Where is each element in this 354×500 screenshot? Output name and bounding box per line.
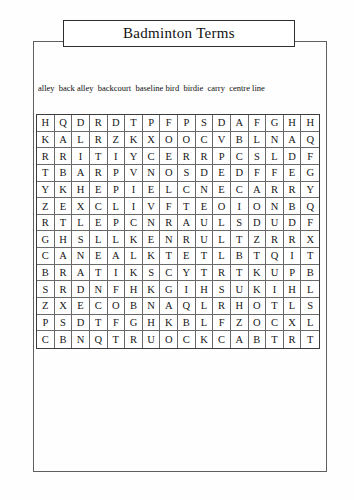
title-box: Badminton Terms xyxy=(63,20,295,47)
grid-cell: I xyxy=(284,248,302,265)
grid-cell: F xyxy=(249,165,267,182)
grid-cell: R xyxy=(90,165,108,182)
grid-cell: P xyxy=(108,215,126,232)
grid-cell: L xyxy=(72,215,90,232)
grid-cell: O xyxy=(108,298,126,315)
grid-cell: C xyxy=(37,331,55,348)
grid-cell: H xyxy=(284,281,302,298)
grid-cell: P xyxy=(108,165,126,182)
grid-cell: K xyxy=(143,281,161,298)
grid-cell: F xyxy=(301,215,319,232)
grid-cell: D xyxy=(72,315,90,332)
grid-cell: F xyxy=(108,281,126,298)
grid-cell: N xyxy=(72,248,90,265)
grid-cell: L xyxy=(108,198,126,215)
grid-cell: N xyxy=(266,132,284,149)
grid-cell: H xyxy=(55,231,73,248)
grid-cell: L xyxy=(213,215,231,232)
grid-cell: T xyxy=(37,165,55,182)
grid-cell: L xyxy=(301,281,319,298)
grid-cell: C xyxy=(143,148,161,165)
grid-cell: B xyxy=(55,165,73,182)
grid-cell: L xyxy=(160,182,178,199)
grid-cell: X xyxy=(301,231,319,248)
grid-cell: S xyxy=(213,281,231,298)
grid-cell: E xyxy=(143,231,161,248)
grid-cell: P xyxy=(108,182,126,199)
grid-cell: N xyxy=(72,331,90,348)
grid-cell: K xyxy=(143,248,161,265)
grid-cell: H xyxy=(231,298,249,315)
grid-cell: O xyxy=(160,331,178,348)
worksheet-page: Badminton Terms alley back alley backcou… xyxy=(0,0,354,500)
grid-cell: L xyxy=(125,248,143,265)
grid-cell: N xyxy=(160,231,178,248)
grid-cell: R xyxy=(37,215,55,232)
grid-cell: H xyxy=(125,281,143,298)
grid-cell: H xyxy=(72,182,90,199)
grid-cell: P xyxy=(178,115,196,132)
grid-cell: L xyxy=(108,231,126,248)
grid-cell: A xyxy=(231,115,249,132)
grid-cell: S xyxy=(72,231,90,248)
grid-cell: L xyxy=(249,132,267,149)
grid-cell: U xyxy=(266,215,284,232)
grid-cell: R xyxy=(196,148,214,165)
grid-cell: X xyxy=(143,132,161,149)
grid-cell: V xyxy=(143,198,161,215)
grid-cell: C xyxy=(160,265,178,282)
grid-cell: F xyxy=(160,198,178,215)
grid-cell: T xyxy=(301,248,319,265)
grid-cell: V xyxy=(213,132,231,149)
grid-cell: R xyxy=(55,148,73,165)
grid-cell: C xyxy=(125,215,143,232)
grid-cell: D xyxy=(284,148,302,165)
grid-cell: B xyxy=(231,248,249,265)
grid-cell: I xyxy=(178,281,196,298)
grid-cell: D xyxy=(72,281,90,298)
grid-cell: K xyxy=(196,331,214,348)
grid-cell: O xyxy=(213,198,231,215)
grid-cell: F xyxy=(160,115,178,132)
grid-cell: K xyxy=(55,182,73,199)
grid-cell: R xyxy=(55,281,73,298)
grid-cell: L xyxy=(90,231,108,248)
grid-cell: C xyxy=(90,298,108,315)
grid-cell: T xyxy=(266,298,284,315)
grid-cell: H xyxy=(143,315,161,332)
grid-cell: R xyxy=(213,265,231,282)
grid-cell: B xyxy=(125,298,143,315)
grid-cell: Q xyxy=(90,331,108,348)
grid-cell: A xyxy=(249,182,267,199)
grid-cell: E xyxy=(72,298,90,315)
grid-cell: D xyxy=(231,165,249,182)
grid-cell: R xyxy=(90,132,108,149)
grid-cell: U xyxy=(231,281,249,298)
grid-cell: O xyxy=(178,132,196,149)
grid-cell: I xyxy=(72,148,90,165)
grid-cell: Z xyxy=(37,298,55,315)
grid-cell: T xyxy=(108,331,126,348)
grid-cell: P xyxy=(143,115,161,132)
grid-cell: D xyxy=(108,115,126,132)
grid-cell: T xyxy=(90,148,108,165)
grid-cell: O xyxy=(160,165,178,182)
grid-cell: I xyxy=(108,265,126,282)
grid-cell: D xyxy=(284,215,302,232)
grid-cell: E xyxy=(90,248,108,265)
grid-cell: S xyxy=(143,265,161,282)
grid-cell: Y xyxy=(37,182,55,199)
grid-cell: O xyxy=(249,315,267,332)
grid-cell: K xyxy=(249,281,267,298)
grid-cell: F xyxy=(213,315,231,332)
grid-cell: H xyxy=(196,281,214,298)
grid-cell: T xyxy=(178,198,196,215)
grid-cell: A xyxy=(72,265,90,282)
grid-cell: U xyxy=(143,331,161,348)
grid-cell: N xyxy=(143,215,161,232)
grid-cell: T xyxy=(266,331,284,348)
word-list-line: alley back alley backcourt baseline bird… xyxy=(38,82,324,95)
grid-cell: B xyxy=(249,331,267,348)
grid-cell: F xyxy=(301,148,319,165)
grid-cell: B xyxy=(231,132,249,149)
grid-cell: P xyxy=(37,315,55,332)
grid-cell: A xyxy=(284,132,302,149)
grid-cell: T xyxy=(196,248,214,265)
grid-cell: I xyxy=(231,198,249,215)
grid-cell: L xyxy=(196,315,214,332)
grid-cell: S xyxy=(55,315,73,332)
grid-cell: Z xyxy=(249,231,267,248)
grid-cell: O xyxy=(249,198,267,215)
grid-cell: Q xyxy=(178,298,196,315)
grid-cell: Q xyxy=(301,198,319,215)
grid-cell: F xyxy=(266,165,284,182)
grid-cell: C xyxy=(178,331,196,348)
grid-cell: S xyxy=(231,215,249,232)
grid-cell: T xyxy=(90,265,108,282)
grid-cell: G xyxy=(160,281,178,298)
grid-cell: T xyxy=(249,248,267,265)
grid-cell: T xyxy=(125,115,143,132)
grid-cell: I xyxy=(125,198,143,215)
grid-cell: T xyxy=(196,265,214,282)
grid-cell: T xyxy=(231,231,249,248)
grid-cell: O xyxy=(249,298,267,315)
grid-cell: B xyxy=(178,315,196,332)
grid-cell: Z xyxy=(108,132,126,149)
grid-cell: B xyxy=(55,331,73,348)
grid-cell: Y xyxy=(178,265,196,282)
grid-cell: E xyxy=(213,182,231,199)
grid-cell: A xyxy=(231,331,249,348)
grid-cell: X xyxy=(284,315,302,332)
grid-cell: D xyxy=(213,115,231,132)
grid-cell: P xyxy=(284,265,302,282)
grid-cell: C xyxy=(213,331,231,348)
puzzle-grid: HQDRDTPFPSDAFGHHKALRZKXOOCVBLNAQRRITIYCE… xyxy=(36,114,320,349)
grid-cell: U xyxy=(196,215,214,232)
grid-cell: D xyxy=(72,115,90,132)
grid-cell: A xyxy=(55,132,73,149)
grid-cell: L xyxy=(213,231,231,248)
grid-cell: I xyxy=(125,182,143,199)
grid-cell: L xyxy=(213,248,231,265)
grid-cell: E xyxy=(160,148,178,165)
grid-cell: L xyxy=(284,298,302,315)
grid-cell: K xyxy=(125,231,143,248)
grid-cell: E xyxy=(90,182,108,199)
grid-cell: X xyxy=(72,198,90,215)
grid-cell: Y xyxy=(301,182,319,199)
grid-cell: G xyxy=(301,165,319,182)
grid-cell: D xyxy=(196,165,214,182)
grid-cell: G xyxy=(266,115,284,132)
grid-cell: N xyxy=(143,165,161,182)
page-title: Badminton Terms xyxy=(123,25,235,42)
grid-cell: Q xyxy=(55,115,73,132)
grid-cell: P xyxy=(213,148,231,165)
grid-cell: E xyxy=(213,165,231,182)
grid-cell: A xyxy=(55,248,73,265)
grid-cell: B xyxy=(284,198,302,215)
grid-cell: R xyxy=(266,182,284,199)
grid-cell: A xyxy=(160,298,178,315)
grid-cell: R xyxy=(125,331,143,348)
grid-cell: H xyxy=(301,115,319,132)
grid-cell: T xyxy=(160,248,178,265)
grid-cell: N xyxy=(196,182,214,199)
grid-cell: A xyxy=(108,248,126,265)
grid-cell: R xyxy=(213,298,231,315)
grid-cell: E xyxy=(90,215,108,232)
grid-cell: E xyxy=(196,198,214,215)
grid-cell: C xyxy=(37,248,55,265)
grid-cell: Y xyxy=(125,148,143,165)
grid-cell: Q xyxy=(301,132,319,149)
grid-cell: N xyxy=(266,198,284,215)
grid-cell: C xyxy=(178,182,196,199)
grid-cell: S xyxy=(37,281,55,298)
grid-cell: N xyxy=(90,281,108,298)
grid-cell: R xyxy=(178,148,196,165)
grid-cell: U xyxy=(266,265,284,282)
grid-cell: R xyxy=(284,182,302,199)
grid-cell: C xyxy=(266,315,284,332)
grid-cell: C xyxy=(231,182,249,199)
grid-cell: R xyxy=(37,148,55,165)
grid-cell: L xyxy=(301,315,319,332)
grid-cell: V xyxy=(125,165,143,182)
grid-cell: F xyxy=(108,315,126,332)
grid-cell: T xyxy=(231,265,249,282)
grid-cell: S xyxy=(178,165,196,182)
grid-cell: H xyxy=(37,115,55,132)
grid-cell: A xyxy=(72,165,90,182)
grid-cell: X xyxy=(55,298,73,315)
grid-cell: L xyxy=(196,298,214,315)
grid-cell: Z xyxy=(231,315,249,332)
grid-cell: R xyxy=(266,231,284,248)
grid-cell: F xyxy=(249,115,267,132)
grid-cell: A xyxy=(178,215,196,232)
grid-cell: C xyxy=(196,132,214,149)
grid-cell: E xyxy=(143,182,161,199)
grid-cell: K xyxy=(125,132,143,149)
grid-cell: R xyxy=(284,331,302,348)
grid-cell: R xyxy=(55,265,73,282)
grid-cell: K xyxy=(160,315,178,332)
grid-cell: B xyxy=(301,265,319,282)
grid-cell: E xyxy=(178,248,196,265)
grid-cell: Z xyxy=(37,198,55,215)
grid-cell: C xyxy=(90,198,108,215)
grid-cell: S xyxy=(249,148,267,165)
grid-cell: G xyxy=(37,231,55,248)
grid-cell: G xyxy=(125,315,143,332)
grid-cell: T xyxy=(90,315,108,332)
grid-cell: Q xyxy=(266,248,284,265)
grid-cell: D xyxy=(249,215,267,232)
grid-cell: I xyxy=(266,281,284,298)
grid-cell: R xyxy=(284,231,302,248)
grid-cell: E xyxy=(284,165,302,182)
grid-cell: R xyxy=(160,215,178,232)
grid-cell: T xyxy=(55,215,73,232)
grid-cell: S xyxy=(196,115,214,132)
grid-cell: C xyxy=(231,148,249,165)
grid-cell: R xyxy=(90,115,108,132)
grid-cell: U xyxy=(196,231,214,248)
grid-cell: I xyxy=(108,148,126,165)
grid-cell: H xyxy=(284,115,302,132)
grid-cell: K xyxy=(125,265,143,282)
grid-cell: N xyxy=(143,298,161,315)
grid-cell: B xyxy=(37,265,55,282)
grid-cell: O xyxy=(160,132,178,149)
grid-cell: S xyxy=(301,298,319,315)
grid-cell: L xyxy=(72,132,90,149)
grid-cell: K xyxy=(37,132,55,149)
grid-cell: T xyxy=(301,331,319,348)
grid-cell: K xyxy=(249,265,267,282)
grid-cell: R xyxy=(178,231,196,248)
grid-cell: E xyxy=(55,198,73,215)
grid-cell: L xyxy=(266,148,284,165)
